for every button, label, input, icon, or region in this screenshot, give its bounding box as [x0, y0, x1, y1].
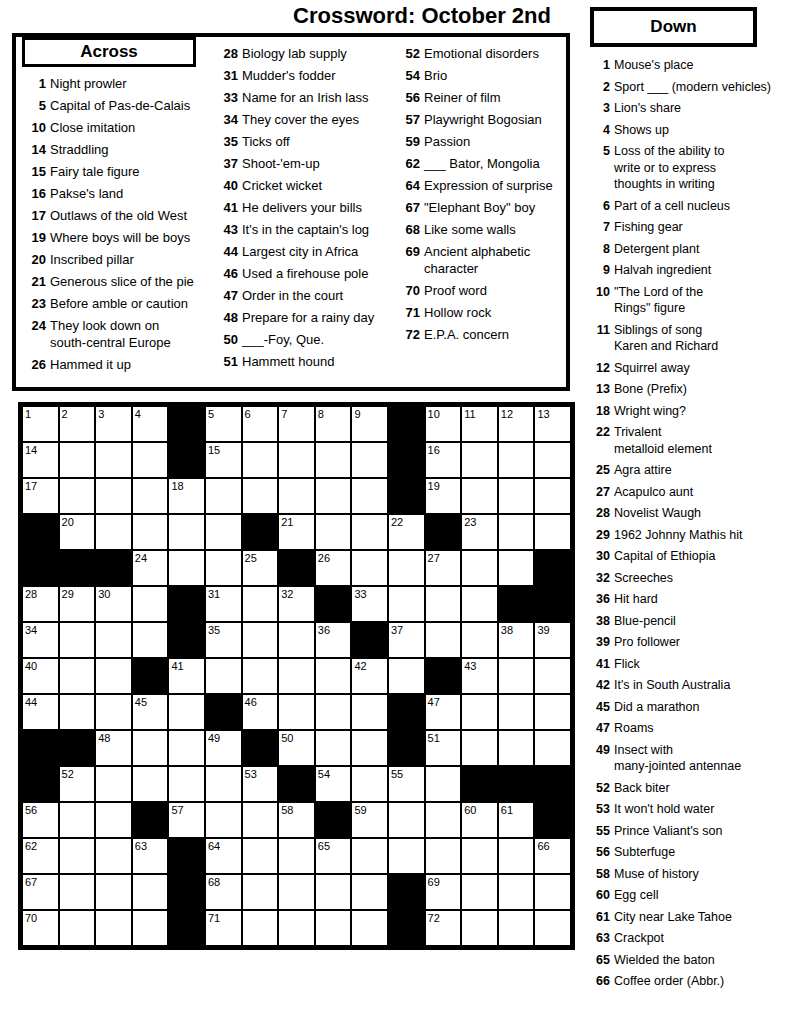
cell-r3c9[interactable]: [316, 479, 351, 513]
clue-number: 24: [22, 317, 46, 351]
cell-number: 26: [318, 552, 330, 564]
down-clue-7: 7Fishing gear: [590, 219, 790, 236]
cell-r8c5[interactable]: 41: [169, 659, 204, 693]
cell-r4c14[interactable]: [499, 515, 534, 549]
cell-r5c14[interactable]: [499, 551, 534, 585]
cell-number: 42: [354, 660, 366, 672]
clue-text: Pakse's land: [50, 185, 123, 202]
cell-r14c15[interactable]: [535, 875, 570, 909]
cell-number: 9: [354, 408, 360, 420]
cell-r2c12[interactable]: 16: [426, 443, 461, 477]
cell-r12c11[interactable]: [389, 803, 424, 837]
cell-r4c2[interactable]: 20: [60, 515, 95, 549]
across-clues: 1Night prowler5Capital of Pas-de-Calais1…: [22, 37, 564, 387]
clue-number: 33: [214, 89, 238, 106]
cell-r7c4[interactable]: [133, 623, 168, 657]
cell-r1c8[interactable]: 7: [279, 407, 314, 441]
cell-r4c10[interactable]: [352, 515, 387, 549]
cell-r1c1[interactable]: 1: [23, 407, 58, 441]
clue-number: 56: [396, 89, 420, 106]
clue-text: Coffee order (Abbr.): [614, 973, 724, 990]
cell-r15c6[interactable]: 71: [206, 911, 241, 945]
cell-r4c11[interactable]: 22: [389, 515, 424, 549]
cell-r11c7[interactable]: 53: [243, 767, 278, 801]
clue-number: 64: [396, 177, 420, 194]
cell-r12c1[interactable]: 56: [23, 803, 58, 837]
cell-r15c13[interactable]: [462, 911, 497, 945]
cell-r14c2[interactable]: [60, 875, 95, 909]
cell-r5c5[interactable]: [169, 551, 204, 585]
cell-r11c4[interactable]: [133, 767, 168, 801]
across-clue-50: 50___-Foy, Que.: [214, 331, 396, 348]
clue-number: 52: [396, 45, 420, 62]
cell-r11c10[interactable]: [352, 767, 387, 801]
black-cell-r12c9: [316, 803, 351, 837]
black-cell-r3c11: [389, 479, 424, 513]
cell-number: 31: [208, 588, 220, 600]
cell-number: 61: [501, 804, 513, 816]
cell-r9c10[interactable]: [352, 695, 387, 729]
cell-r14c8[interactable]: [279, 875, 314, 909]
clue-number: 31: [214, 67, 238, 84]
black-cell-r6c9: [316, 587, 351, 621]
clue-text: Brio: [424, 67, 447, 84]
cell-r1c2[interactable]: 2: [60, 407, 95, 441]
cell-r12c2[interactable]: [60, 803, 95, 837]
across-clue-67: 67"Elephant Boy" boy: [396, 199, 564, 216]
cell-r11c5[interactable]: [169, 767, 204, 801]
cell-r5c13[interactable]: [462, 551, 497, 585]
down-clue-13: 13Bone (Prefix): [590, 381, 790, 398]
clue-number: 14: [22, 141, 46, 158]
cell-r2c15[interactable]: [535, 443, 570, 477]
down-clue-32: 32Screeches: [590, 570, 790, 587]
cell-r11c3[interactable]: [96, 767, 131, 801]
clue-number: 52: [590, 780, 610, 797]
cell-r3c8[interactable]: [279, 479, 314, 513]
cell-r7c15[interactable]: 39: [535, 623, 570, 657]
clue-text: Like some walls: [424, 221, 516, 238]
down-clue-60: 60Egg cell: [590, 887, 790, 904]
cell-r13c15[interactable]: 66: [535, 839, 570, 873]
cell-r13c4[interactable]: 63: [133, 839, 168, 873]
cell-number: 8: [318, 408, 324, 420]
cell-r14c7[interactable]: [243, 875, 278, 909]
cell-r9c12[interactable]: 47: [426, 695, 461, 729]
cell-r9c5[interactable]: [169, 695, 204, 729]
cell-r6c13[interactable]: [462, 587, 497, 621]
cell-r9c4[interactable]: 45: [133, 695, 168, 729]
cell-r4c13[interactable]: 23: [462, 515, 497, 549]
across-clue-26: 26Hammed it up: [22, 356, 214, 373]
cell-r4c3[interactable]: [96, 515, 131, 549]
cell-r11c11[interactable]: 55: [389, 767, 424, 801]
black-cell-r15c5: [169, 911, 204, 945]
cell-r9c8[interactable]: [279, 695, 314, 729]
cell-r14c9[interactable]: [316, 875, 351, 909]
cell-r15c8[interactable]: [279, 911, 314, 945]
cell-r5c6[interactable]: [206, 551, 241, 585]
cell-r1c6[interactable]: 5: [206, 407, 241, 441]
cell-r13c14[interactable]: [499, 839, 534, 873]
cell-r14c4[interactable]: [133, 875, 168, 909]
clue-number: 51: [214, 353, 238, 370]
across-clue-43: 43It's in the captain's log: [214, 221, 396, 238]
cell-number: 46: [245, 696, 257, 708]
cell-number: 58: [281, 804, 293, 816]
across-clue-19: 19Where boys will be boys: [22, 229, 214, 246]
cell-r9c9[interactable]: [316, 695, 351, 729]
across-clue-72: 72E.P.A. concern: [396, 326, 564, 343]
clue-text: Prince Valiant's son: [614, 823, 722, 840]
cell-r12c13[interactable]: 60: [462, 803, 497, 837]
across-clue-35: 35Ticks off: [214, 133, 396, 150]
cell-r13c6[interactable]: 64: [206, 839, 241, 873]
cell-r6c8[interactable]: 32: [279, 587, 314, 621]
cell-r15c15[interactable]: [535, 911, 570, 945]
cell-r1c9[interactable]: 8: [316, 407, 351, 441]
clue-text: Biology lab supply: [242, 45, 347, 62]
cell-r15c3[interactable]: [96, 911, 131, 945]
cell-r7c11[interactable]: 37: [389, 623, 424, 657]
black-cell-r11c13: [462, 767, 497, 801]
cell-r13c2[interactable]: [60, 839, 95, 873]
cell-r15c4[interactable]: [133, 911, 168, 945]
clue-text: Squirrel away: [614, 360, 690, 377]
cell-r2c6[interactable]: 15: [206, 443, 241, 477]
cell-r2c9[interactable]: [316, 443, 351, 477]
down-clue-45: 45Did a marathon: [590, 699, 790, 716]
cell-r10c14[interactable]: [499, 731, 534, 765]
cell-r8c1[interactable]: 40: [23, 659, 58, 693]
cell-r2c4[interactable]: [133, 443, 168, 477]
down-clue-2: 2Sport ___ (modern vehicles): [590, 79, 790, 96]
cell-number: 37: [391, 624, 403, 636]
cell-r12c6[interactable]: [206, 803, 241, 837]
clue-text: Part of a cell nucleus: [614, 198, 730, 215]
cell-r15c12[interactable]: 72: [426, 911, 461, 945]
cell-r5c7[interactable]: 25: [243, 551, 278, 585]
clue-text: Where boys will be boys: [50, 229, 190, 246]
across-clue-34: 34They cover the eyes: [214, 111, 396, 128]
across-clue-16: 16Pakse's land: [22, 185, 214, 202]
cell-r10c15[interactable]: [535, 731, 570, 765]
cell-r2c7[interactable]: [243, 443, 278, 477]
cell-r15c2[interactable]: [60, 911, 95, 945]
cell-number: 4: [135, 408, 141, 420]
cell-r1c4[interactable]: 4: [133, 407, 168, 441]
down-clue-38: 38Blue-pencil: [590, 613, 790, 630]
cell-r3c13[interactable]: [462, 479, 497, 513]
cell-r13c11[interactable]: [389, 839, 424, 873]
cell-r10c4[interactable]: [133, 731, 168, 765]
cell-number: 16: [428, 444, 440, 456]
cell-r12c8[interactable]: 58: [279, 803, 314, 837]
cell-r8c10[interactable]: 42: [352, 659, 387, 693]
across-clue-54: 54Brio: [396, 67, 564, 84]
cell-r11c6[interactable]: [206, 767, 241, 801]
cell-r1c13[interactable]: 11: [462, 407, 497, 441]
clue-text: Proof word: [424, 282, 487, 299]
cell-r4c8[interactable]: 21: [279, 515, 314, 549]
cell-number: 29: [62, 588, 74, 600]
cell-r10c8[interactable]: 50: [279, 731, 314, 765]
cell-r6c1[interactable]: 28: [23, 587, 58, 621]
cell-number: 49: [208, 732, 220, 744]
cell-r11c12[interactable]: [426, 767, 461, 801]
across-clue-37: 37Shoot-'em-up: [214, 155, 396, 172]
cell-r7c6[interactable]: 35: [206, 623, 241, 657]
cell-r14c1[interactable]: 67: [23, 875, 58, 909]
cell-r1c15[interactable]: 13: [535, 407, 570, 441]
cell-r15c14[interactable]: [499, 911, 534, 945]
crossword-page: Crossword: October 2nd Across 1Night pro…: [0, 0, 791, 1024]
cell-r14c6[interactable]: 68: [206, 875, 241, 909]
cell-r15c10[interactable]: [352, 911, 387, 945]
cell-r13c8[interactable]: [279, 839, 314, 873]
cell-r4c4[interactable]: [133, 515, 168, 549]
cell-r14c3[interactable]: [96, 875, 131, 909]
black-cell-r11c15: [535, 767, 570, 801]
clue-number: 60: [590, 887, 610, 904]
cell-r11c9[interactable]: 54: [316, 767, 351, 801]
cell-r3c14[interactable]: [499, 479, 534, 513]
cell-number: 47: [428, 696, 440, 708]
cell-r13c12[interactable]: [426, 839, 461, 873]
black-cell-r4c7: [243, 515, 278, 549]
cell-r5c12[interactable]: 27: [426, 551, 461, 585]
across-clue-47: 47Order in the court: [214, 287, 396, 304]
clue-number: 18: [590, 403, 610, 420]
down-clue-58: 58Muse of history: [590, 866, 790, 883]
clue-number: 15: [22, 163, 46, 180]
cell-r8c8[interactable]: [279, 659, 314, 693]
cell-r14c13[interactable]: [462, 875, 497, 909]
clue-text: Reiner of film: [424, 89, 501, 106]
cell-number: 5: [208, 408, 214, 420]
cell-r5c11[interactable]: [389, 551, 424, 585]
cell-r3c4[interactable]: [133, 479, 168, 513]
across-clues-column-1: 1Night prowler5Capital of Pas-de-Calais1…: [22, 37, 214, 387]
clue-text: Fishing gear: [614, 219, 683, 236]
cell-r6c7[interactable]: [243, 587, 278, 621]
clue-number: 29: [590, 527, 610, 544]
cell-r1c12[interactable]: 10: [426, 407, 461, 441]
clue-text: Used a firehouse pole: [242, 265, 368, 282]
cell-r7c1[interactable]: 34: [23, 623, 58, 657]
cell-r10c12[interactable]: 51: [426, 731, 461, 765]
cell-r3c3[interactable]: [96, 479, 131, 513]
cell-r8c3[interactable]: [96, 659, 131, 693]
cell-r13c3[interactable]: [96, 839, 131, 873]
clue-number: 9: [590, 262, 610, 279]
cell-r1c3[interactable]: 3: [96, 407, 131, 441]
cell-r7c13[interactable]: [462, 623, 497, 657]
cell-r7c8[interactable]: [279, 623, 314, 657]
cell-r13c13[interactable]: [462, 839, 497, 873]
cell-r1c7[interactable]: 6: [243, 407, 278, 441]
clue-text: Trivalent metalloid element: [614, 424, 712, 457]
cell-r8c7[interactable]: [243, 659, 278, 693]
down-clue-10: 10"The Lord of the Rings" figure: [590, 284, 790, 317]
cell-r5c10[interactable]: [352, 551, 387, 585]
cell-r8c11[interactable]: [389, 659, 424, 693]
cell-r12c7[interactable]: [243, 803, 278, 837]
cell-r4c5[interactable]: [169, 515, 204, 549]
clue-text: Expression of surprise: [424, 177, 553, 194]
across-clue-51: 51Hammett hound: [214, 353, 396, 370]
black-cell-r15c11: [389, 911, 424, 945]
cell-r13c10[interactable]: [352, 839, 387, 873]
cell-r14c14[interactable]: [499, 875, 534, 909]
cell-r10c13[interactable]: [462, 731, 497, 765]
clue-number: 67: [396, 199, 420, 216]
cell-r2c14[interactable]: [499, 443, 534, 477]
down-clue-5: 5Loss of the ability to write or to expr…: [590, 143, 790, 193]
cell-r12c12[interactable]: [426, 803, 461, 837]
clue-text: He delivers your bills: [242, 199, 362, 216]
cell-r5c4[interactable]: 24: [133, 551, 168, 585]
cell-r9c13[interactable]: [462, 695, 497, 729]
cell-r3c5[interactable]: 18: [169, 479, 204, 513]
cell-r15c1[interactable]: 70: [23, 911, 58, 945]
down-clue-52: 52Back biter: [590, 780, 790, 797]
cell-number: 64: [208, 840, 220, 852]
black-cell-r4c1: [23, 515, 58, 549]
clue-text: Outlaws of the old West: [50, 207, 187, 224]
cell-number: 36: [318, 624, 330, 636]
cell-r3c15[interactable]: [535, 479, 570, 513]
cell-r10c10[interactable]: [352, 731, 387, 765]
cell-r7c12[interactable]: [426, 623, 461, 657]
clue-text: Subterfuge: [614, 844, 675, 861]
cell-r7c9[interactable]: 36: [316, 623, 351, 657]
cell-r3c10[interactable]: [352, 479, 387, 513]
cell-r12c10[interactable]: 59: [352, 803, 387, 837]
cell-r9c15[interactable]: [535, 695, 570, 729]
cell-r6c2[interactable]: 29: [60, 587, 95, 621]
clue-number: 56: [590, 844, 610, 861]
cell-r7c7[interactable]: [243, 623, 278, 657]
cell-r15c9[interactable]: [316, 911, 351, 945]
cell-r8c13[interactable]: 43: [462, 659, 497, 693]
cell-r4c15[interactable]: [535, 515, 570, 549]
cell-r10c9[interactable]: [316, 731, 351, 765]
black-cell-r13c5: [169, 839, 204, 873]
cell-number: 43: [464, 660, 476, 672]
cell-r9c3[interactable]: [96, 695, 131, 729]
clue-text: Detergent plant: [614, 241, 699, 258]
cell-r2c13[interactable]: [462, 443, 497, 477]
cell-r13c1[interactable]: 62: [23, 839, 58, 873]
cell-r6c3[interactable]: 30: [96, 587, 131, 621]
cell-r2c2[interactable]: [60, 443, 95, 477]
clue-text: Ancient alphabetic character: [424, 243, 530, 277]
clue-number: 12: [590, 360, 610, 377]
cell-r5c9[interactable]: 26: [316, 551, 351, 585]
clue-number: 6: [590, 198, 610, 215]
cell-r3c7[interactable]: [243, 479, 278, 513]
clue-text: "The Lord of the Rings" figure: [614, 284, 703, 317]
cell-r9c7[interactable]: 46: [243, 695, 278, 729]
cell-r11c2[interactable]: 52: [60, 767, 95, 801]
cell-number: 17: [25, 480, 37, 492]
cell-r12c5[interactable]: 57: [169, 803, 204, 837]
cell-r1c14[interactable]: 12: [499, 407, 534, 441]
cell-r4c9[interactable]: [316, 515, 351, 549]
down-clues-list: 1Mouse's place2Sport ___ (modern vehicle…: [590, 57, 790, 990]
cell-r7c3[interactable]: [96, 623, 131, 657]
cell-number: 30: [98, 588, 110, 600]
cell-r2c8[interactable]: [279, 443, 314, 477]
cell-r9c1[interactable]: 44: [23, 695, 58, 729]
cell-r13c9[interactable]: 65: [316, 839, 351, 873]
cell-r8c14[interactable]: [499, 659, 534, 693]
across-clue-62: 62___ Bator, Mongolia: [396, 155, 564, 172]
clue-text: Hollow rock: [424, 304, 491, 321]
cell-r8c6[interactable]: [206, 659, 241, 693]
cell-r7c2[interactable]: [60, 623, 95, 657]
cell-r12c3[interactable]: [96, 803, 131, 837]
clue-text: ___ Bator, Mongolia: [424, 155, 540, 172]
cell-r8c9[interactable]: [316, 659, 351, 693]
cell-r3c6[interactable]: [206, 479, 241, 513]
cell-r10c3[interactable]: 48: [96, 731, 131, 765]
clue-text: They cover the eyes: [242, 111, 359, 128]
cell-r10c6[interactable]: 49: [206, 731, 241, 765]
cell-r7c14[interactable]: 38: [499, 623, 534, 657]
cell-r4c6[interactable]: [206, 515, 241, 549]
cell-r1c10[interactable]: 9: [352, 407, 387, 441]
cell-r8c2[interactable]: [60, 659, 95, 693]
cell-r10c5[interactable]: [169, 731, 204, 765]
cell-r6c11[interactable]: [389, 587, 424, 621]
cell-r2c3[interactable]: [96, 443, 131, 477]
down-panel: Down 1Mouse's place2Sport ___ (modern ve…: [590, 7, 790, 995]
cell-r2c10[interactable]: [352, 443, 387, 477]
clue-number: 32: [590, 570, 610, 587]
cell-number: 68: [208, 876, 220, 888]
cell-r3c1[interactable]: 17: [23, 479, 58, 513]
cell-number: 21: [281, 516, 293, 528]
clue-number: 69: [396, 243, 420, 277]
cell-number: 70: [25, 912, 37, 924]
cell-r15c7[interactable]: [243, 911, 278, 945]
clue-text: Roams: [614, 720, 654, 737]
cell-r13c7[interactable]: [243, 839, 278, 873]
cell-r12c14[interactable]: 61: [499, 803, 534, 837]
cell-number: 3: [98, 408, 104, 420]
clue-text: Capital of Pas-de-Calais: [50, 97, 190, 114]
clue-text: Playwright Bogosian: [424, 111, 542, 128]
cell-r8c15[interactable]: [535, 659, 570, 693]
cell-r3c12[interactable]: 19: [426, 479, 461, 513]
cell-r9c14[interactable]: [499, 695, 534, 729]
cell-r6c6[interactable]: 31: [206, 587, 241, 621]
cell-r6c4[interactable]: [133, 587, 168, 621]
cell-r3c2[interactable]: [60, 479, 95, 513]
cell-r6c12[interactable]: [426, 587, 461, 621]
cell-r6c10[interactable]: 33: [352, 587, 387, 621]
across-clue-52: 52Emotional disorders: [396, 45, 564, 62]
cell-number: 34: [25, 624, 37, 636]
cell-r14c12[interactable]: 69: [426, 875, 461, 909]
cell-r14c10[interactable]: [352, 875, 387, 909]
cell-r2c1[interactable]: 14: [23, 443, 58, 477]
cell-r9c2[interactable]: [60, 695, 95, 729]
crossword-grid: 1234567891011121314151617181920212223242…: [18, 402, 575, 950]
clue-text: Bone (Prefix): [614, 381, 687, 398]
